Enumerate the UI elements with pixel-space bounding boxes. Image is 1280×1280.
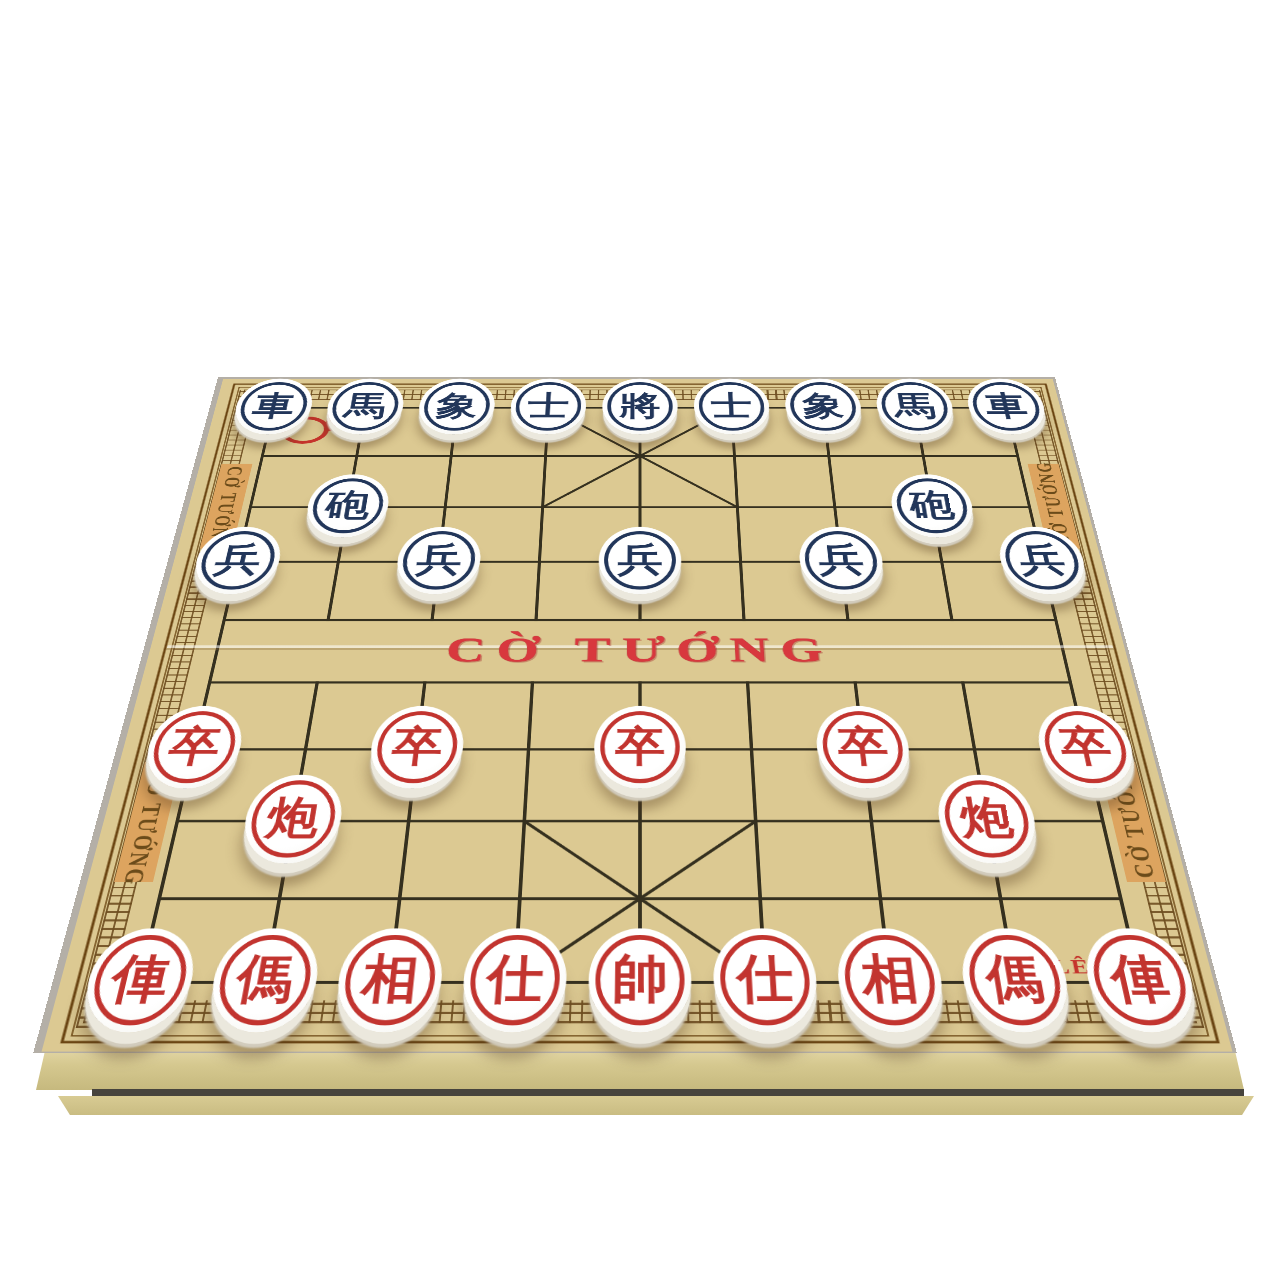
- box-base-edge: [58, 1096, 1254, 1115]
- piece-red-general[interactable]: 帥: [587, 928, 692, 1032]
- piece-black-general[interactable]: 將: [602, 379, 679, 435]
- black-soldier-glyph: 兵: [393, 529, 483, 591]
- piece-red-horse[interactable]: 傌: [203, 928, 324, 1032]
- black-soldier-glyph: 兵: [598, 529, 682, 591]
- piece-red-soldier[interactable]: 卒: [813, 706, 914, 789]
- black-elephant-glyph: 象: [783, 381, 864, 432]
- piece-black-chariot[interactable]: 車: [963, 379, 1051, 435]
- piece-black-horse[interactable]: 馬: [322, 379, 407, 435]
- red-horse-glyph: 傌: [956, 932, 1075, 1028]
- piece-black-cannon[interactable]: 砲: [302, 474, 393, 537]
- piece-red-soldier[interactable]: 卒: [366, 706, 467, 789]
- wooden-box-front-edge: [36, 1048, 1244, 1090]
- xiangqi-board: CỜ TƯỚNG CỜ TƯỚNG CỜ TƯỚNG CỜ TƯỚNG CỜ T…: [50, 380, 1230, 1050]
- red-soldier-glyph: 卒: [366, 709, 466, 785]
- river-title: CỜ TƯỚNG: [151, 630, 1129, 670]
- piece-black-elephant[interactable]: 象: [783, 379, 865, 435]
- black-horse-glyph: 馬: [323, 381, 407, 432]
- piece-red-cannon[interactable]: 炮: [237, 775, 348, 864]
- red-cannon-glyph: 炮: [238, 778, 347, 860]
- piece-red-elephant[interactable]: 相: [834, 928, 949, 1032]
- piece-black-soldier[interactable]: 兵: [188, 527, 286, 594]
- piece-black-soldier[interactable]: 兵: [994, 527, 1092, 594]
- red-general-glyph: 帥: [588, 932, 693, 1028]
- piece-red-elephant[interactable]: 相: [331, 928, 446, 1032]
- red-horse-glyph: 傌: [204, 932, 323, 1028]
- piece-black-soldier[interactable]: 兵: [393, 527, 483, 594]
- piece-black-soldier[interactable]: 兵: [598, 527, 682, 594]
- red-soldier-glyph: 卒: [813, 709, 913, 785]
- piece-red-cannon[interactable]: 炮: [933, 775, 1044, 864]
- piece-red-advisor[interactable]: 仕: [459, 928, 568, 1032]
- black-soldier-glyph: 兵: [994, 529, 1091, 591]
- black-cannon-glyph: 砲: [888, 477, 978, 535]
- piece-red-advisor[interactable]: 仕: [712, 928, 821, 1032]
- piece-black-advisor[interactable]: 士: [509, 379, 587, 435]
- black-cannon-glyph: 砲: [302, 477, 392, 535]
- black-chariot-glyph: 車: [963, 381, 1050, 432]
- red-advisor-glyph: 仕: [460, 932, 568, 1028]
- black-advisor-glyph: 士: [509, 381, 587, 432]
- red-soldier-glyph: 卒: [593, 709, 686, 785]
- piece-black-chariot[interactable]: 車: [229, 379, 317, 435]
- piece-black-advisor[interactable]: 士: [693, 379, 771, 435]
- piece-red-horse[interactable]: 傌: [956, 928, 1077, 1032]
- red-advisor-glyph: 仕: [712, 932, 820, 1028]
- black-chariot-glyph: 車: [230, 381, 317, 432]
- piece-black-horse[interactable]: 馬: [873, 379, 958, 435]
- red-soldier-glyph: 卒: [139, 709, 248, 785]
- black-general-glyph: 將: [602, 381, 678, 432]
- piece-red-soldier[interactable]: 卒: [593, 706, 687, 789]
- black-horse-glyph: 馬: [873, 381, 957, 432]
- red-cannon-glyph: 炮: [933, 778, 1042, 860]
- red-soldier-glyph: 卒: [1032, 709, 1141, 785]
- black-soldier-glyph: 兵: [189, 529, 286, 591]
- black-advisor-glyph: 士: [693, 381, 771, 432]
- photo-stage: CỜ TƯỚNG CỜ TƯỚNG CỜ TƯỚNG CỜ TƯỚNG CỜ T…: [0, 0, 1280, 1280]
- piece-black-elephant[interactable]: 象: [415, 379, 497, 435]
- red-elephant-glyph: 相: [834, 932, 948, 1028]
- piece-black-soldier[interactable]: 兵: [797, 527, 887, 594]
- black-soldier-glyph: 兵: [797, 529, 887, 591]
- piece-black-cannon[interactable]: 砲: [887, 474, 978, 537]
- red-elephant-glyph: 相: [332, 932, 446, 1028]
- black-elephant-glyph: 象: [416, 381, 497, 432]
